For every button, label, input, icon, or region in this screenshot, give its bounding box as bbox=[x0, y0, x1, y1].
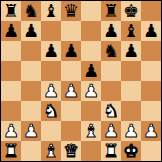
square-e3[interactable] bbox=[81, 101, 101, 121]
piece-black-pawn[interactable]: ♟ bbox=[143, 21, 159, 41]
square-b4[interactable] bbox=[21, 81, 41, 101]
square-c4[interactable]: ♟ bbox=[41, 81, 61, 101]
piece-white-bishop[interactable]: ♝ bbox=[43, 141, 59, 161]
square-h7[interactable]: ♟ bbox=[141, 21, 161, 41]
square-d6[interactable]: ♟ bbox=[61, 41, 81, 61]
piece-white-pawn[interactable]: ♟ bbox=[43, 81, 59, 101]
piece-white-king[interactable]: ♚ bbox=[123, 141, 139, 161]
piece-black-rook[interactable]: ♜ bbox=[3, 1, 19, 21]
piece-black-knight[interactable]: ♞ bbox=[23, 1, 39, 21]
piece-white-pawn[interactable]: ♟ bbox=[23, 121, 39, 141]
piece-white-queen[interactable]: ♛ bbox=[63, 141, 79, 161]
square-f3[interactable]: ♞ bbox=[101, 101, 121, 121]
square-e5[interactable]: ♟ bbox=[81, 61, 101, 81]
square-c2[interactable] bbox=[41, 121, 61, 141]
square-h2[interactable]: ♟ bbox=[141, 121, 161, 141]
square-a6[interactable] bbox=[1, 41, 21, 61]
square-h5[interactable] bbox=[141, 61, 161, 81]
square-d3[interactable] bbox=[61, 101, 81, 121]
piece-black-pawn[interactable]: ♟ bbox=[63, 41, 79, 61]
square-g4[interactable] bbox=[121, 81, 141, 101]
square-f2[interactable]: ♟ bbox=[101, 121, 121, 141]
square-g3[interactable] bbox=[121, 101, 141, 121]
square-e7[interactable] bbox=[81, 21, 101, 41]
piece-white-pawn[interactable]: ♟ bbox=[123, 121, 139, 141]
square-a8[interactable]: ♜ bbox=[1, 1, 21, 21]
square-d4[interactable]: ♟ bbox=[61, 81, 81, 101]
square-c6[interactable]: ♟ bbox=[41, 41, 61, 61]
piece-white-pawn[interactable]: ♟ bbox=[3, 121, 19, 141]
square-h4[interactable] bbox=[141, 81, 161, 101]
piece-white-rook[interactable]: ♜ bbox=[3, 141, 19, 161]
square-f8[interactable]: ♜ bbox=[101, 1, 121, 21]
square-h8[interactable] bbox=[141, 1, 161, 21]
square-d5[interactable] bbox=[61, 61, 81, 81]
square-e8[interactable] bbox=[81, 1, 101, 21]
square-b2[interactable]: ♟ bbox=[21, 121, 41, 141]
piece-black-pawn[interactable]: ♟ bbox=[83, 61, 99, 81]
square-b7[interactable]: ♟ bbox=[21, 21, 41, 41]
square-a3[interactable] bbox=[1, 101, 21, 121]
square-g2[interactable]: ♟ bbox=[121, 121, 141, 141]
piece-black-bishop[interactable]: ♝ bbox=[43, 1, 59, 21]
square-g5[interactable] bbox=[121, 61, 141, 81]
square-c3[interactable]: ♞ bbox=[41, 101, 61, 121]
square-g6[interactable]: ♟ bbox=[121, 41, 141, 61]
square-c8[interactable]: ♝ bbox=[41, 1, 61, 21]
piece-black-pawn[interactable]: ♟ bbox=[103, 21, 119, 41]
square-e2[interactable]: ♝ bbox=[81, 121, 101, 141]
square-d1[interactable]: ♛ bbox=[61, 141, 81, 161]
square-e4[interactable]: ♟ bbox=[81, 81, 101, 101]
square-a5[interactable] bbox=[1, 61, 21, 81]
piece-black-pawn[interactable]: ♟ bbox=[43, 41, 59, 61]
square-b8[interactable]: ♞ bbox=[21, 1, 41, 21]
square-g1[interactable]: ♚ bbox=[121, 141, 141, 161]
square-a7[interactable]: ♟ bbox=[1, 21, 21, 41]
square-b1[interactable] bbox=[21, 141, 41, 161]
piece-black-rook[interactable]: ♜ bbox=[103, 1, 119, 21]
square-g7[interactable]: ♝ bbox=[121, 21, 141, 41]
piece-black-king[interactable]: ♚ bbox=[123, 1, 139, 21]
square-c1[interactable]: ♝ bbox=[41, 141, 61, 161]
square-h3[interactable] bbox=[141, 101, 161, 121]
piece-black-pawn[interactable]: ♟ bbox=[23, 21, 39, 41]
piece-white-pawn[interactable]: ♟ bbox=[143, 121, 159, 141]
square-d7[interactable] bbox=[61, 21, 81, 41]
square-a4[interactable] bbox=[1, 81, 21, 101]
square-f7[interactable]: ♟ bbox=[101, 21, 121, 41]
square-b5[interactable] bbox=[21, 61, 41, 81]
piece-black-knight[interactable]: ♞ bbox=[103, 41, 119, 61]
square-g8[interactable]: ♚ bbox=[121, 1, 141, 21]
piece-white-knight[interactable]: ♞ bbox=[103, 101, 119, 121]
piece-black-pawn[interactable]: ♟ bbox=[123, 41, 139, 61]
square-e1[interactable] bbox=[81, 141, 101, 161]
square-b6[interactable] bbox=[21, 41, 41, 61]
piece-white-rook[interactable]: ♜ bbox=[103, 141, 119, 161]
square-a1[interactable]: ♜ bbox=[1, 141, 21, 161]
square-f4[interactable] bbox=[101, 81, 121, 101]
square-f5[interactable] bbox=[101, 61, 121, 81]
square-f1[interactable]: ♜ bbox=[101, 141, 121, 161]
piece-white-pawn[interactable]: ♟ bbox=[83, 81, 99, 101]
square-c7[interactable] bbox=[41, 21, 61, 41]
piece-white-bishop[interactable]: ♝ bbox=[83, 121, 99, 141]
piece-black-pawn[interactable]: ♟ bbox=[3, 21, 19, 41]
piece-black-bishop[interactable]: ♝ bbox=[123, 21, 139, 41]
chess-board: ♜♞♝♛♜♚♟♟♟♝♟♟♟♞♟♟♟♟♟♞♞♟♟♝♟♟♟♜♝♛♜♚ bbox=[0, 0, 162, 162]
square-c5[interactable] bbox=[41, 61, 61, 81]
square-e6[interactable] bbox=[81, 41, 101, 61]
piece-white-pawn[interactable]: ♟ bbox=[63, 81, 79, 101]
square-d2[interactable] bbox=[61, 121, 81, 141]
square-a2[interactable]: ♟ bbox=[1, 121, 21, 141]
piece-white-knight[interactable]: ♞ bbox=[43, 101, 59, 121]
square-d8[interactable]: ♛ bbox=[61, 1, 81, 21]
piece-black-queen[interactable]: ♛ bbox=[63, 1, 79, 21]
square-b3[interactable] bbox=[21, 101, 41, 121]
square-h6[interactable] bbox=[141, 41, 161, 61]
square-f6[interactable]: ♞ bbox=[101, 41, 121, 61]
square-h1[interactable] bbox=[141, 141, 161, 161]
piece-white-pawn[interactable]: ♟ bbox=[103, 121, 119, 141]
